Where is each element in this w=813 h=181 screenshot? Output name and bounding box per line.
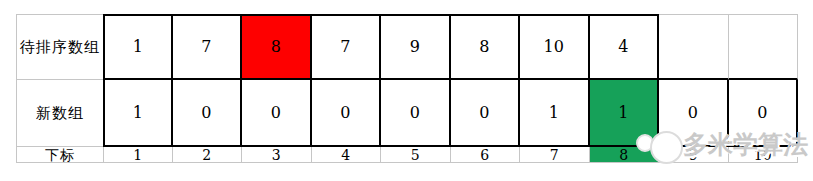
new-array-cell-5: 0	[381, 80, 451, 147]
index-cell-7: 7	[520, 147, 590, 163]
mascot-logo-icon	[650, 131, 683, 164]
index-cell-6: 6	[451, 147, 521, 163]
index-cell-2: 2	[173, 147, 243, 163]
index-cell-1: 1	[103, 147, 173, 163]
sort-array-cell-10-empty	[729, 14, 799, 80]
new-array-cell-4: 0	[312, 80, 382, 147]
new-array-cell-2: 0	[173, 80, 243, 147]
new-array-cell-3: 0	[242, 80, 312, 147]
sort-array-cell-5: 9	[381, 14, 451, 80]
new-array-cell-7: 1	[520, 80, 590, 147]
index-cell-3: 3	[242, 147, 312, 163]
sort-array-cell-3-highlight-red: 8	[242, 14, 312, 80]
sort-array-cell-4: 7	[312, 14, 382, 80]
index-cell-5: 5	[381, 147, 451, 163]
row-label-sort-array: 待排序数组	[16, 14, 103, 80]
index-cell-4: 4	[312, 147, 382, 163]
sort-array-cell-6: 8	[451, 14, 521, 80]
counting-sort-diagram: 待排序数组 1 7 8 7 9 8 10 4 新数组 1 0 0 0 0 0 1…	[0, 0, 813, 181]
sort-array-cell-1: 1	[103, 14, 173, 80]
sort-array-cell-8: 4	[590, 14, 660, 80]
row-label-index: 下标	[16, 147, 103, 163]
watermark-text: 多米学算法	[683, 130, 808, 159]
new-array-cell-1: 1	[103, 80, 173, 147]
new-array-cell-6: 0	[451, 80, 521, 147]
sort-array-cell-7: 10	[520, 14, 590, 80]
sort-array-cell-9-empty	[659, 14, 729, 80]
sort-array-cell-2: 7	[173, 14, 243, 80]
row-label-new-array: 新数组	[16, 80, 103, 147]
